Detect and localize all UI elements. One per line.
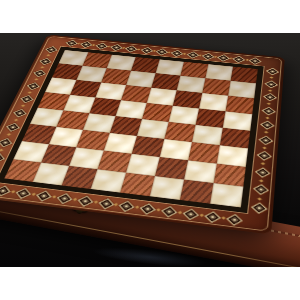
diamond-inlay-motif bbox=[258, 136, 273, 145]
gold-dot-inlay bbox=[269, 77, 273, 79]
gold-dot-inlay bbox=[0, 149, 3, 152]
diamond-inlay-motif bbox=[254, 167, 269, 177]
diamond-inlay-motif bbox=[253, 184, 269, 195]
square-g1[interactable] bbox=[180, 180, 214, 204]
diamond-inlay-motif bbox=[20, 95, 33, 103]
gold-dot-inlay bbox=[267, 103, 271, 105]
diamond-inlay-motif bbox=[260, 121, 274, 130]
diamond-inlay-motif bbox=[251, 202, 267, 213]
diamond-inlay-motif bbox=[265, 68, 278, 75]
diamond-inlay-motif bbox=[77, 195, 93, 206]
diamond-inlay-motif bbox=[0, 185, 11, 196]
gold-dot-inlay bbox=[34, 78, 38, 80]
diamond-inlay-motif bbox=[98, 198, 114, 209]
perspective-scene bbox=[0, 33, 300, 267]
gold-dot-inlay bbox=[261, 162, 266, 165]
gold-dot-inlay bbox=[7, 133, 11, 136]
diamond-inlay-motif bbox=[27, 82, 40, 90]
diamond-inlay-motif bbox=[162, 206, 178, 217]
diamond-inlay-motif bbox=[263, 93, 277, 101]
gold-dot-inlay bbox=[14, 119, 18, 122]
gold-dot-inlay bbox=[46, 54, 50, 56]
chess-board bbox=[0, 34, 285, 234]
diamond-inlay-motif bbox=[264, 80, 277, 88]
diamond-inlay-motif bbox=[226, 214, 242, 226]
diamond-inlay-motif bbox=[0, 138, 12, 147]
gold-dot-inlay bbox=[28, 91, 32, 93]
diamond-inlay-motif bbox=[183, 208, 199, 219]
white-letterbox-top bbox=[0, 0, 300, 33]
diamond-inlay-motif bbox=[39, 58, 51, 65]
diamond-inlay-motif bbox=[256, 151, 271, 161]
gold-dot-inlay bbox=[264, 131, 268, 134]
board-frame bbox=[0, 34, 285, 234]
diamond-inlay-motif bbox=[45, 46, 57, 53]
gold-dot-inlay bbox=[257, 197, 262, 200]
gold-dot-inlay bbox=[265, 117, 269, 120]
photo-area bbox=[0, 33, 300, 267]
diamond-inlay-motif bbox=[248, 57, 261, 64]
gold-dot-inlay bbox=[21, 105, 25, 107]
gold-dot-inlay bbox=[262, 146, 266, 149]
white-letterbox-bottom bbox=[0, 267, 300, 300]
diamond-inlay-motif bbox=[205, 211, 221, 223]
gold-dot-inlay bbox=[259, 179, 264, 182]
product-photo bbox=[0, 0, 300, 300]
diamond-inlay-motif bbox=[36, 190, 51, 201]
diamond-inlay-motif bbox=[261, 107, 275, 115]
diamond-inlay-motif bbox=[13, 109, 26, 117]
square-h1[interactable] bbox=[210, 183, 243, 207]
diamond-inlay-motif bbox=[57, 193, 72, 204]
diamond-inlay-motif bbox=[33, 70, 46, 77]
gold-dot-inlay bbox=[268, 89, 272, 91]
square-f1[interactable] bbox=[150, 176, 184, 200]
diamond-inlay-motif bbox=[6, 123, 20, 132]
diamond-inlay-motif bbox=[16, 188, 31, 199]
diamond-inlay-motif bbox=[140, 203, 156, 214]
diamond-inlay-motif bbox=[119, 200, 135, 211]
gold-dot-inlay bbox=[40, 66, 44, 68]
